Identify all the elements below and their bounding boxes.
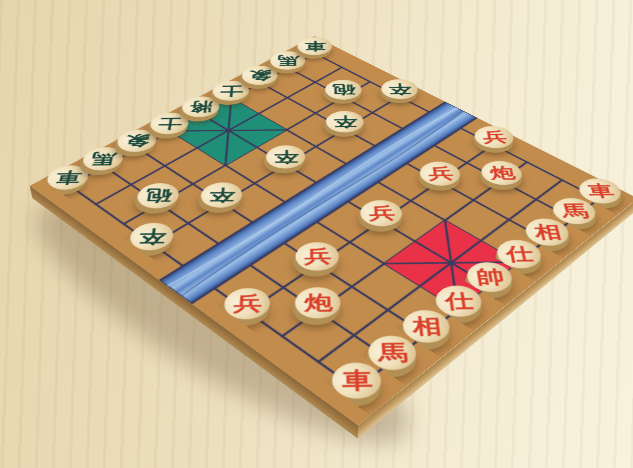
piece-glyph: 馬 [559, 203, 589, 220]
xiangqi-board: 車馬象士將士象馬車砲砲卒卒卒卒卒兵兵兵兵兵炮炮車馬相仕帥仕相馬車 [30, 36, 633, 425]
piece-green-soldier[interactable]: 卒 [193, 177, 251, 213]
piece-glyph: 兵 [427, 166, 454, 181]
piece-glyph: 車 [585, 183, 615, 199]
piece-glyph: 砲 [332, 83, 355, 96]
piece-glyph: 卒 [388, 83, 412, 96]
piece-glyph: 卒 [333, 115, 357, 129]
piece-glyph: 炮 [304, 293, 333, 313]
piece-glyph: 兵 [481, 130, 508, 144]
piece-glyph: 象 [124, 134, 151, 148]
piece-glyph: 相 [411, 316, 442, 337]
piece-green-soldier[interactable]: 卒 [374, 75, 425, 103]
piece-glyph: 砲 [144, 188, 172, 204]
table-surface: 車馬象士將士象馬車砲砲卒卒卒卒卒兵兵兵兵兵炮炮車馬相仕帥仕相馬車 [0, 0, 633, 468]
piece-glyph: 炮 [488, 165, 516, 180]
piece-layer: 車馬象士將士象馬車砲砲卒卒卒卒卒兵兵兵兵兵炮炮車馬相仕帥仕相馬車 [30, 36, 633, 425]
piece-glyph: 卒 [137, 228, 166, 245]
piece-glyph: 象 [248, 69, 271, 81]
piece-glyph: 卒 [273, 149, 298, 164]
piece-glyph: 士 [157, 117, 183, 131]
piece-green-cannon[interactable]: 砲 [129, 178, 187, 214]
piece-red-soldier[interactable]: 兵 [467, 122, 521, 153]
piece-glyph: 兵 [232, 294, 261, 314]
piece-glyph: 仕 [443, 291, 474, 311]
piece-glyph: 車 [53, 170, 82, 185]
piece-green-soldier[interactable]: 卒 [318, 107, 371, 137]
piece-glyph: 仕 [504, 245, 535, 263]
piece-glyph: 將 [188, 100, 213, 113]
piece-glyph: 兵 [368, 205, 395, 222]
piece-red-cannon[interactable]: 炮 [286, 281, 350, 325]
piece-green-soldier[interactable]: 卒 [122, 217, 182, 256]
piece-green-cannon[interactable]: 砲 [318, 76, 369, 104]
piece-glyph: 相 [532, 223, 563, 240]
piece-red-soldier[interactable]: 兵 [352, 195, 411, 232]
piece-glyph: 馬 [89, 151, 117, 166]
piece-glyph: 馬 [277, 55, 299, 67]
piece-glyph: 卒 [208, 187, 235, 203]
piece-red-soldier[interactable]: 兵 [412, 157, 468, 191]
piece-glyph: 兵 [304, 247, 331, 265]
piece-green-soldier[interactable]: 卒 [258, 141, 313, 174]
piece-glyph: 馬 [377, 342, 408, 364]
piece-red-soldier[interactable]: 兵 [215, 282, 279, 326]
piece-glyph: 車 [304, 40, 326, 51]
piece-red-cannon[interactable]: 炮 [474, 156, 530, 190]
piece-glyph: 帥 [474, 268, 505, 287]
piece-glyph: 士 [219, 84, 243, 97]
piece-glyph: 車 [341, 369, 372, 392]
piece-red-soldier[interactable]: 兵 [287, 236, 348, 276]
